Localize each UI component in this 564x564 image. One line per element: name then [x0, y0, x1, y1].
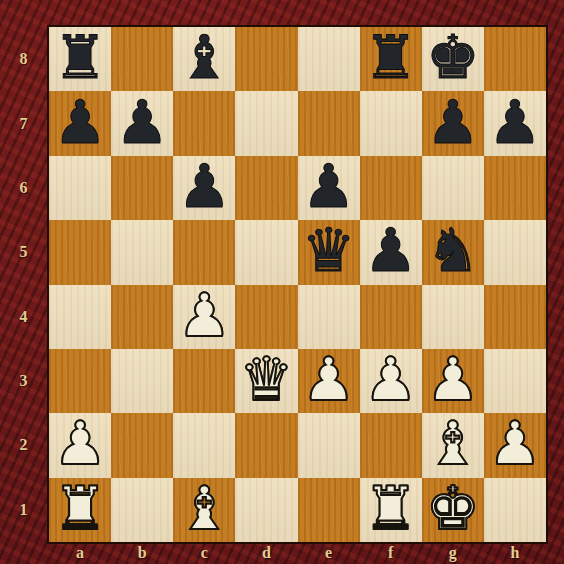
square-c8[interactable]: ♝: [173, 27, 235, 91]
white-pawn: ♟: [177, 285, 231, 345]
square-e2[interactable]: [298, 413, 360, 477]
square-f5[interactable]: ♟: [360, 220, 422, 284]
square-c3[interactable]: [173, 349, 235, 413]
white-pawn: ♟: [488, 413, 542, 473]
square-e4[interactable]: [298, 285, 360, 349]
square-b4[interactable]: [111, 285, 173, 349]
white-pawn: ♟: [364, 349, 418, 409]
rank-label-3: 3: [0, 349, 47, 413]
black-pawn: ♟: [488, 92, 542, 152]
file-label-h: h: [484, 542, 546, 564]
square-h8[interactable]: [484, 27, 546, 91]
square-d6[interactable]: [235, 156, 297, 220]
black-pawn: ♟: [177, 156, 231, 216]
square-c1[interactable]: ♝: [173, 478, 235, 542]
square-b2[interactable]: [111, 413, 173, 477]
square-d2[interactable]: [235, 413, 297, 477]
square-a2[interactable]: ♟: [49, 413, 111, 477]
square-d7[interactable]: [235, 91, 297, 155]
square-e7[interactable]: [298, 91, 360, 155]
rank-label-7: 7: [0, 91, 47, 155]
square-f7[interactable]: [360, 91, 422, 155]
white-king: ♚: [426, 478, 480, 538]
black-pawn: ♟: [115, 92, 169, 152]
black-rook: ♜: [53, 27, 107, 87]
black-knight: ♞: [426, 220, 480, 280]
square-h7[interactable]: ♟: [484, 91, 546, 155]
rank-label-6: 6: [0, 156, 47, 220]
square-h1[interactable]: [484, 478, 546, 542]
square-a3[interactable]: [49, 349, 111, 413]
square-c6[interactable]: ♟: [173, 156, 235, 220]
square-d5[interactable]: [235, 220, 297, 284]
square-g3[interactable]: ♟: [422, 349, 484, 413]
black-queen: ♛: [302, 220, 356, 280]
file-label-c: c: [173, 542, 235, 564]
square-d4[interactable]: [235, 285, 297, 349]
square-f1[interactable]: ♜: [360, 478, 422, 542]
white-pawn: ♟: [53, 413, 107, 473]
square-d3[interactable]: ♛: [235, 349, 297, 413]
rank-label-1: 1: [0, 478, 47, 542]
black-bishop: ♝: [177, 27, 231, 87]
square-f6[interactable]: [360, 156, 422, 220]
square-e3[interactable]: ♟: [298, 349, 360, 413]
square-g8[interactable]: ♚: [422, 27, 484, 91]
square-f8[interactable]: ♜: [360, 27, 422, 91]
square-h3[interactable]: [484, 349, 546, 413]
file-label-f: f: [360, 542, 422, 564]
square-h5[interactable]: [484, 220, 546, 284]
black-pawn: ♟: [53, 92, 107, 152]
file-label-g: g: [422, 542, 484, 564]
square-a5[interactable]: [49, 220, 111, 284]
square-a7[interactable]: ♟: [49, 91, 111, 155]
black-pawn: ♟: [302, 156, 356, 216]
square-e1[interactable]: [298, 478, 360, 542]
square-f4[interactable]: [360, 285, 422, 349]
square-h2[interactable]: ♟: [484, 413, 546, 477]
file-label-e: e: [298, 542, 360, 564]
black-king: ♚: [426, 27, 480, 87]
square-a1[interactable]: ♜: [49, 478, 111, 542]
square-c5[interactable]: [173, 220, 235, 284]
black-rook: ♜: [364, 27, 418, 87]
square-b5[interactable]: [111, 220, 173, 284]
white-pawn: ♟: [426, 349, 480, 409]
square-c4[interactable]: ♟: [173, 285, 235, 349]
square-e6[interactable]: ♟: [298, 156, 360, 220]
square-h6[interactable]: [484, 156, 546, 220]
square-d8[interactable]: [235, 27, 297, 91]
square-b6[interactable]: [111, 156, 173, 220]
rank-label-4: 4: [0, 285, 47, 349]
rank-label-8: 8: [0, 27, 47, 91]
square-d1[interactable]: [235, 478, 297, 542]
square-g5[interactable]: ♞: [422, 220, 484, 284]
black-pawn: ♟: [364, 220, 418, 280]
square-g6[interactable]: [422, 156, 484, 220]
file-label-a: a: [49, 542, 111, 564]
black-pawn: ♟: [426, 92, 480, 152]
file-label-b: b: [111, 542, 173, 564]
board-frame: ♜♝♜♚♟♟♟♟♟♟♛♟♞♟♛♟♟♟♟♝♟♜♝♜♚ 87654321abcdef…: [0, 0, 564, 564]
white-bishop: ♝: [177, 478, 231, 538]
white-rook: ♜: [53, 478, 107, 538]
square-e5[interactable]: ♛: [298, 220, 360, 284]
square-a4[interactable]: [49, 285, 111, 349]
white-queen: ♛: [240, 349, 294, 409]
square-b7[interactable]: ♟: [111, 91, 173, 155]
square-f2[interactable]: [360, 413, 422, 477]
square-g2[interactable]: ♝: [422, 413, 484, 477]
square-b1[interactable]: [111, 478, 173, 542]
square-a8[interactable]: ♜: [49, 27, 111, 91]
square-b8[interactable]: [111, 27, 173, 91]
square-g1[interactable]: ♚: [422, 478, 484, 542]
square-e8[interactable]: [298, 27, 360, 91]
square-c2[interactable]: [173, 413, 235, 477]
file-label-d: d: [235, 542, 297, 564]
square-f3[interactable]: ♟: [360, 349, 422, 413]
square-g4[interactable]: [422, 285, 484, 349]
white-bishop: ♝: [426, 413, 480, 473]
square-h4[interactable]: [484, 285, 546, 349]
white-pawn: ♟: [302, 349, 356, 409]
chess-board: ♜♝♜♚♟♟♟♟♟♟♛♟♞♟♛♟♟♟♟♝♟♜♝♜♚: [47, 25, 548, 544]
square-b3[interactable]: [111, 349, 173, 413]
square-g7[interactable]: ♟: [422, 91, 484, 155]
square-c7[interactable]: [173, 91, 235, 155]
rank-label-5: 5: [0, 220, 47, 284]
rank-label-2: 2: [0, 413, 47, 477]
square-a6[interactable]: [49, 156, 111, 220]
white-rook: ♜: [364, 478, 418, 538]
